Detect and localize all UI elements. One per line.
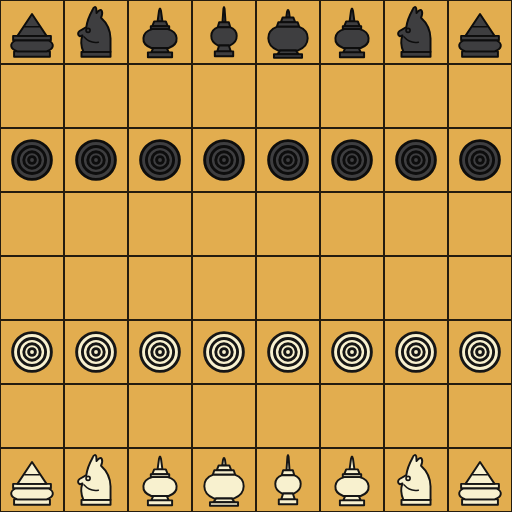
square-e1[interactable]	[257, 449, 319, 511]
square-h5[interactable]	[449, 193, 511, 255]
piece-white-king[interactable]	[193, 449, 255, 511]
square-a5[interactable]	[1, 193, 63, 255]
square-e8[interactable]	[257, 1, 319, 63]
square-c1[interactable]	[129, 449, 191, 511]
square-e5[interactable]	[257, 193, 319, 255]
square-h7[interactable]	[449, 65, 511, 127]
square-e4[interactable]	[257, 257, 319, 319]
square-b4[interactable]	[65, 257, 127, 319]
square-h2[interactable]	[449, 385, 511, 447]
piece-white-queen[interactable]	[257, 449, 319, 511]
square-c5[interactable]	[129, 193, 191, 255]
square-b6[interactable]	[65, 129, 127, 191]
square-f8[interactable]	[321, 1, 383, 63]
piece-black-queen[interactable]	[193, 1, 255, 63]
piece-white-bishop[interactable]	[321, 449, 383, 511]
square-f1[interactable]	[321, 449, 383, 511]
piece-black-rook[interactable]	[1, 1, 63, 63]
piece-white-knight[interactable]	[65, 449, 127, 511]
square-g2[interactable]	[385, 385, 447, 447]
piece-white-rook[interactable]	[449, 449, 511, 511]
piece-white-pawn[interactable]	[321, 321, 383, 383]
piece-white-bishop[interactable]	[129, 449, 191, 511]
piece-white-pawn[interactable]	[1, 321, 63, 383]
piece-black-pawn[interactable]	[1, 129, 63, 191]
square-f7[interactable]	[321, 65, 383, 127]
piece-white-rook[interactable]	[1, 449, 63, 511]
piece-black-pawn[interactable]	[385, 129, 447, 191]
square-b8[interactable]	[65, 1, 127, 63]
square-g1[interactable]	[385, 449, 447, 511]
piece-black-pawn[interactable]	[257, 129, 319, 191]
square-g7[interactable]	[385, 65, 447, 127]
square-d2[interactable]	[193, 385, 255, 447]
square-g6[interactable]	[385, 129, 447, 191]
square-d7[interactable]	[193, 65, 255, 127]
makruk-board	[0, 0, 512, 512]
piece-white-pawn[interactable]	[193, 321, 255, 383]
piece-black-pawn[interactable]	[129, 129, 191, 191]
piece-black-pawn[interactable]	[65, 129, 127, 191]
square-f2[interactable]	[321, 385, 383, 447]
square-c6[interactable]	[129, 129, 191, 191]
square-a6[interactable]	[1, 129, 63, 191]
square-h4[interactable]	[449, 257, 511, 319]
square-d6[interactable]	[193, 129, 255, 191]
piece-white-pawn[interactable]	[65, 321, 127, 383]
square-g4[interactable]	[385, 257, 447, 319]
piece-black-knight[interactable]	[385, 1, 447, 63]
square-e3[interactable]	[257, 321, 319, 383]
square-c4[interactable]	[129, 257, 191, 319]
piece-black-pawn[interactable]	[449, 129, 511, 191]
square-d8[interactable]	[193, 1, 255, 63]
square-a2[interactable]	[1, 385, 63, 447]
square-h6[interactable]	[449, 129, 511, 191]
square-d4[interactable]	[193, 257, 255, 319]
square-b3[interactable]	[65, 321, 127, 383]
square-c8[interactable]	[129, 1, 191, 63]
piece-black-king[interactable]	[257, 1, 319, 63]
piece-black-pawn[interactable]	[193, 129, 255, 191]
square-c3[interactable]	[129, 321, 191, 383]
square-b5[interactable]	[65, 193, 127, 255]
square-d5[interactable]	[193, 193, 255, 255]
square-g3[interactable]	[385, 321, 447, 383]
square-f6[interactable]	[321, 129, 383, 191]
piece-white-pawn[interactable]	[257, 321, 319, 383]
square-g5[interactable]	[385, 193, 447, 255]
square-a4[interactable]	[1, 257, 63, 319]
square-d3[interactable]	[193, 321, 255, 383]
square-e2[interactable]	[257, 385, 319, 447]
square-a8[interactable]	[1, 1, 63, 63]
square-g8[interactable]	[385, 1, 447, 63]
square-f3[interactable]	[321, 321, 383, 383]
square-c2[interactable]	[129, 385, 191, 447]
piece-white-pawn[interactable]	[385, 321, 447, 383]
piece-black-pawn[interactable]	[321, 129, 383, 191]
square-b7[interactable]	[65, 65, 127, 127]
square-f4[interactable]	[321, 257, 383, 319]
square-e7[interactable]	[257, 65, 319, 127]
square-e6[interactable]	[257, 129, 319, 191]
square-h3[interactable]	[449, 321, 511, 383]
piece-black-bishop[interactable]	[129, 1, 191, 63]
piece-black-bishop[interactable]	[321, 1, 383, 63]
piece-black-knight[interactable]	[65, 1, 127, 63]
square-a1[interactable]	[1, 449, 63, 511]
square-b2[interactable]	[65, 385, 127, 447]
square-d1[interactable]	[193, 449, 255, 511]
piece-white-pawn[interactable]	[129, 321, 191, 383]
square-a7[interactable]	[1, 65, 63, 127]
square-h1[interactable]	[449, 449, 511, 511]
piece-black-rook[interactable]	[449, 1, 511, 63]
piece-white-knight[interactable]	[385, 449, 447, 511]
square-h8[interactable]	[449, 1, 511, 63]
piece-white-pawn[interactable]	[449, 321, 511, 383]
square-c7[interactable]	[129, 65, 191, 127]
square-a3[interactable]	[1, 321, 63, 383]
square-b1[interactable]	[65, 449, 127, 511]
square-f5[interactable]	[321, 193, 383, 255]
